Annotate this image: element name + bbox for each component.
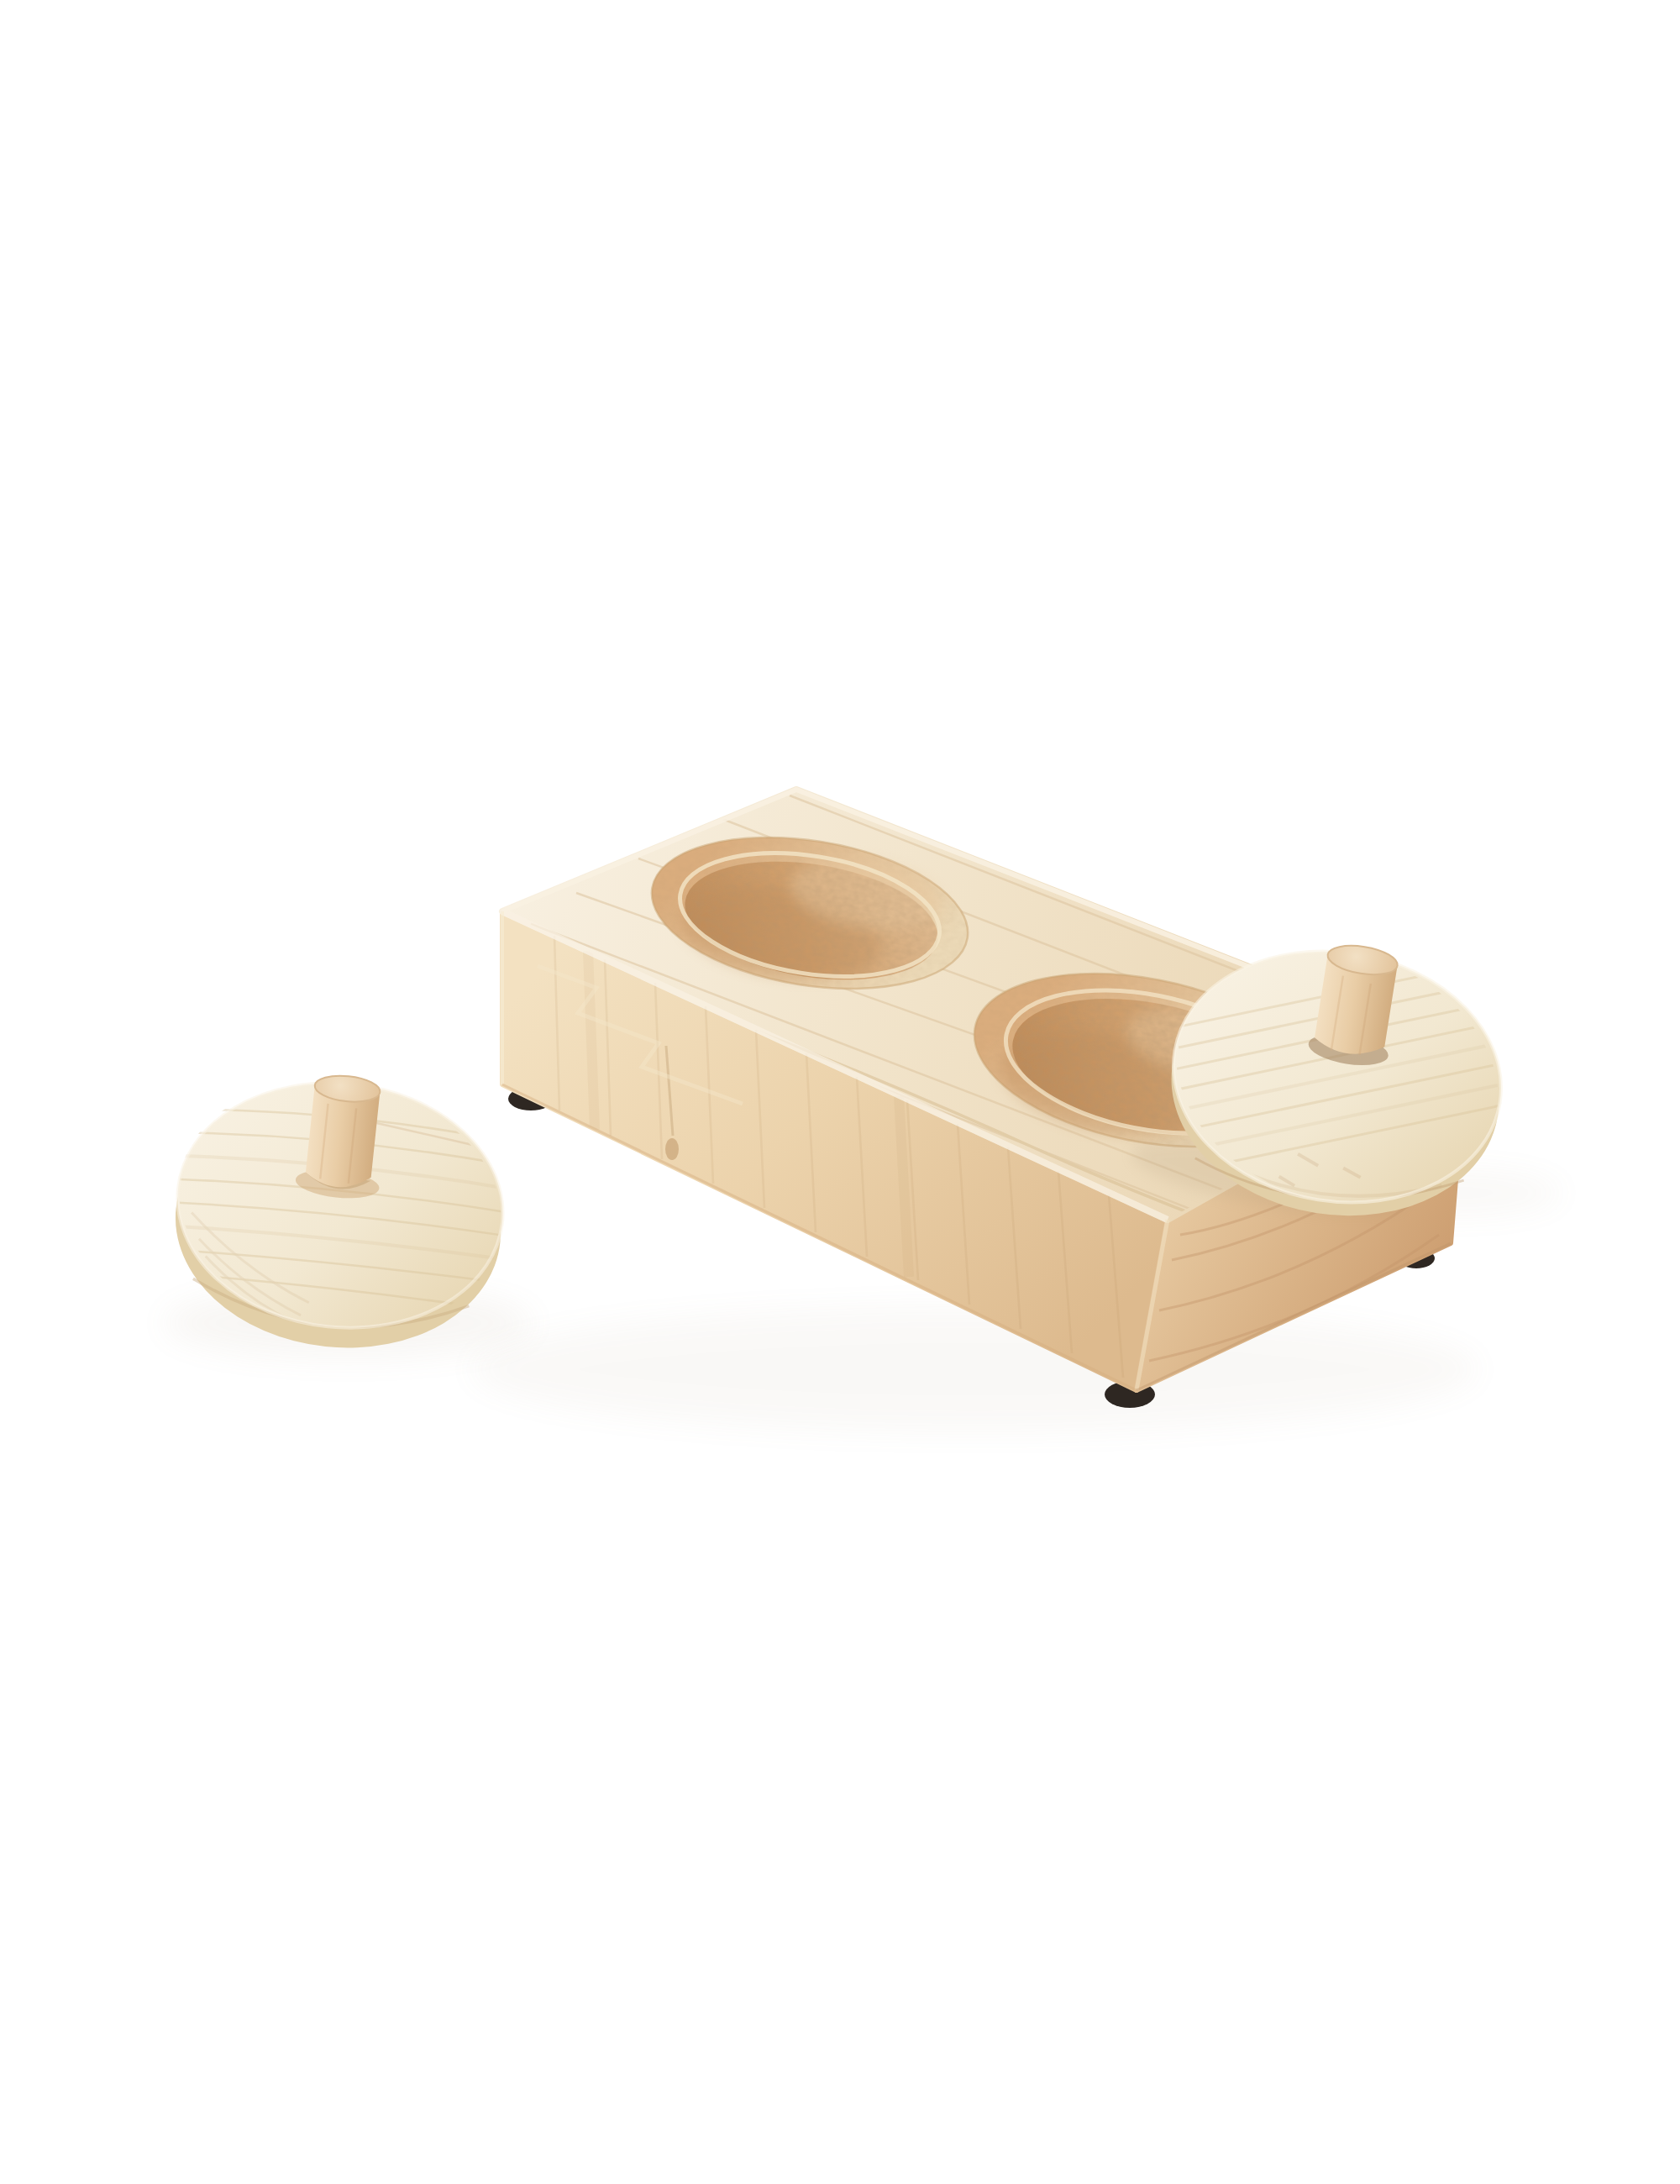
wood-knot (665, 1138, 679, 1160)
lid-peg-handle (304, 1073, 381, 1190)
snack-board-illustration (0, 0, 1680, 2184)
product-photo-canvas (0, 0, 1680, 2184)
